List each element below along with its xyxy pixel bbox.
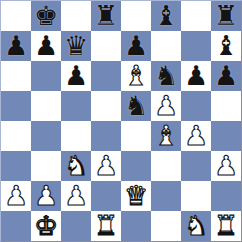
square-a7[interactable]: ♟	[1, 31, 31, 61]
square-d6[interactable]	[91, 61, 121, 91]
square-g6[interactable]: ♟	[181, 61, 211, 91]
square-e6[interactable]: ♝	[121, 61, 151, 91]
white-pawn[interactable]: ♟	[154, 92, 178, 119]
square-c8[interactable]	[61, 1, 91, 31]
square-h8[interactable]: ♜	[211, 1, 241, 31]
square-c5[interactable]	[61, 91, 91, 121]
square-h2[interactable]	[211, 181, 241, 211]
white-pawn[interactable]: ♟	[214, 152, 238, 179]
black-pawn[interactable]: ♟	[124, 32, 148, 59]
square-c2[interactable]: ♟	[61, 181, 91, 211]
white-rook[interactable]: ♜	[214, 212, 238, 239]
black-pawn[interactable]: ♟	[34, 32, 58, 59]
square-b6[interactable]	[31, 61, 61, 91]
square-c3[interactable]: ♞	[61, 151, 91, 181]
square-g1[interactable]: ♞	[181, 211, 211, 241]
square-d1[interactable]: ♜	[91, 211, 121, 241]
white-rook[interactable]: ♜	[94, 212, 118, 239]
square-f1[interactable]	[151, 211, 181, 241]
square-e4[interactable]	[121, 121, 151, 151]
square-e3[interactable]	[121, 151, 151, 181]
chess-board: ♚♜♝♜♟♟♛♟♝♟♝♞♟♟♞♟♝♟♞♟♟♟♟♟♛♚♜♞♜	[0, 0, 242, 242]
white-bishop[interactable]: ♝	[124, 62, 148, 89]
white-knight[interactable]: ♞	[64, 152, 88, 179]
square-d3[interactable]: ♟	[91, 151, 121, 181]
black-king[interactable]: ♚	[34, 2, 58, 29]
black-rook[interactable]: ♜	[214, 2, 238, 29]
black-pawn[interactable]: ♟	[4, 32, 28, 59]
white-pawn[interactable]: ♟	[34, 182, 58, 209]
square-d8[interactable]: ♜	[91, 1, 121, 31]
square-b2[interactable]: ♟	[31, 181, 61, 211]
square-a4[interactable]	[1, 121, 31, 151]
square-f7[interactable]	[151, 31, 181, 61]
black-knight[interactable]: ♞	[154, 62, 178, 89]
square-c6[interactable]: ♟	[61, 61, 91, 91]
square-c1[interactable]	[61, 211, 91, 241]
square-a3[interactable]	[1, 151, 31, 181]
white-bishop[interactable]: ♝	[154, 122, 178, 149]
white-knight[interactable]: ♞	[184, 212, 208, 239]
square-a6[interactable]	[1, 61, 31, 91]
square-e2[interactable]: ♛	[121, 181, 151, 211]
square-h5[interactable]	[211, 91, 241, 121]
black-bishop[interactable]: ♝	[154, 2, 178, 29]
square-b3[interactable]	[31, 151, 61, 181]
square-g8[interactable]	[181, 1, 211, 31]
square-g4[interactable]: ♟	[181, 121, 211, 151]
square-a2[interactable]: ♟	[1, 181, 31, 211]
square-b7[interactable]: ♟	[31, 31, 61, 61]
square-d5[interactable]	[91, 91, 121, 121]
square-g3[interactable]	[181, 151, 211, 181]
square-g7[interactable]	[181, 31, 211, 61]
square-d4[interactable]	[91, 121, 121, 151]
white-pawn[interactable]: ♟	[184, 122, 208, 149]
square-f5[interactable]: ♟	[151, 91, 181, 121]
square-d7[interactable]	[91, 31, 121, 61]
white-king[interactable]: ♚	[34, 212, 58, 239]
square-f6[interactable]: ♞	[151, 61, 181, 91]
square-d2[interactable]	[91, 181, 121, 211]
square-h3[interactable]: ♟	[211, 151, 241, 181]
square-b5[interactable]	[31, 91, 61, 121]
square-a5[interactable]	[1, 91, 31, 121]
square-f3[interactable]	[151, 151, 181, 181]
square-g2[interactable]	[181, 181, 211, 211]
square-c4[interactable]	[61, 121, 91, 151]
black-rook[interactable]: ♜	[94, 2, 118, 29]
square-h7[interactable]: ♝	[211, 31, 241, 61]
white-pawn[interactable]: ♟	[4, 182, 28, 209]
square-g5[interactable]	[181, 91, 211, 121]
square-h4[interactable]	[211, 121, 241, 151]
square-b8[interactable]: ♚	[31, 1, 61, 31]
square-f4[interactable]: ♝	[151, 121, 181, 151]
square-e1[interactable]	[121, 211, 151, 241]
square-b1[interactable]: ♚	[31, 211, 61, 241]
black-pawn[interactable]: ♟	[184, 62, 208, 89]
square-e8[interactable]	[121, 1, 151, 31]
white-pawn[interactable]: ♟	[64, 182, 88, 209]
square-c7[interactable]: ♛	[61, 31, 91, 61]
black-queen[interactable]: ♛	[64, 32, 88, 59]
white-pawn[interactable]: ♟	[94, 152, 118, 179]
square-a8[interactable]	[1, 1, 31, 31]
square-b4[interactable]	[31, 121, 61, 151]
square-e7[interactable]: ♟	[121, 31, 151, 61]
square-e5[interactable]: ♞	[121, 91, 151, 121]
square-a1[interactable]	[1, 211, 31, 241]
square-f2[interactable]	[151, 181, 181, 211]
black-bishop[interactable]: ♝	[214, 32, 238, 59]
black-pawn[interactable]: ♟	[214, 62, 238, 89]
square-f8[interactable]: ♝	[151, 1, 181, 31]
square-h1[interactable]: ♜	[211, 211, 241, 241]
square-h6[interactable]: ♟	[211, 61, 241, 91]
white-queen[interactable]: ♛	[124, 182, 148, 209]
black-pawn[interactable]: ♟	[64, 62, 88, 89]
black-knight[interactable]: ♞	[124, 92, 148, 119]
